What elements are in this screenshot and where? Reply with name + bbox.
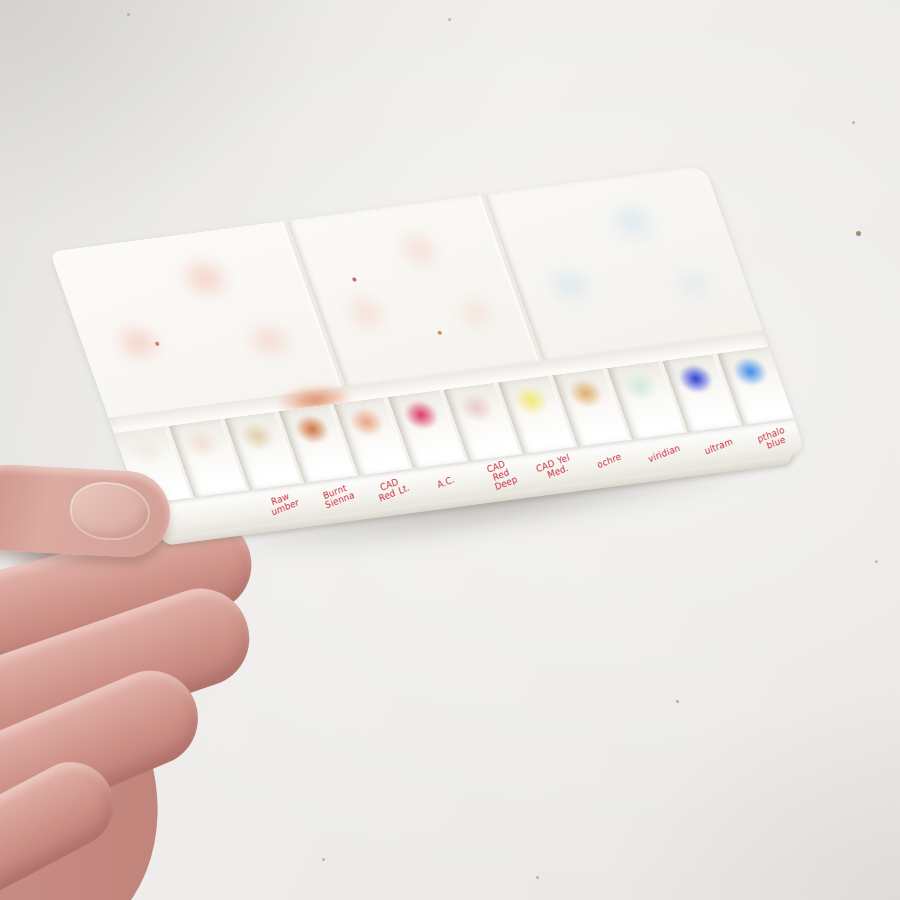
paint-smudge bbox=[651, 254, 736, 316]
paint-smudge bbox=[527, 253, 613, 318]
paint-smudge bbox=[225, 310, 314, 372]
thumb-nail bbox=[69, 480, 152, 542]
paint-smudge bbox=[586, 186, 679, 258]
paint-smudge bbox=[377, 215, 461, 286]
well-label-text: ochre bbox=[595, 452, 623, 469]
photo-scene: Raw umberBurnt SiennaCAD Red Lt.A.C.CAD … bbox=[0, 0, 900, 900]
well-label-12: pthalo blue bbox=[739, 418, 806, 460]
paint-smudge bbox=[437, 284, 514, 345]
well-label-text: CAD Red Deep bbox=[475, 456, 526, 494]
well-label-text: CAD Yel Med. bbox=[532, 453, 578, 483]
paint-smudge bbox=[157, 242, 254, 315]
well-label-text: ultram bbox=[702, 437, 734, 456]
well-label-text: CAD Red Lt. bbox=[368, 474, 414, 504]
well-label-text: Raw umber bbox=[259, 489, 305, 519]
well-label-text: A.C. bbox=[435, 475, 457, 490]
paint-smudge bbox=[327, 281, 405, 345]
well-paint-stain bbox=[723, 351, 782, 405]
well-label-text: Burnt Sienna bbox=[314, 482, 360, 512]
well-label-text: pthalo blue bbox=[750, 424, 796, 454]
paint-speck bbox=[352, 278, 357, 282]
thumb bbox=[0, 463, 172, 560]
paint-smudge bbox=[93, 310, 183, 376]
well-label-text: viridian bbox=[645, 444, 681, 464]
paint-speck bbox=[437, 331, 442, 335]
